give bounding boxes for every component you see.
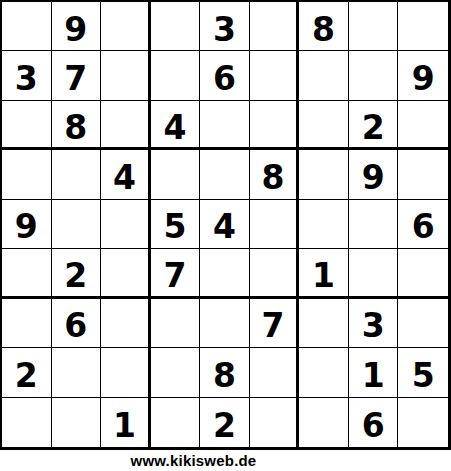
cell-r7c7[interactable]	[299, 299, 349, 348]
cell-r7c4[interactable]	[151, 299, 201, 348]
cell-r5c9[interactable]: 6	[398, 200, 448, 249]
cell-r2c6[interactable]	[250, 51, 300, 100]
cell-r6c1[interactable]	[2, 249, 52, 298]
cell-r7c5[interactable]	[200, 299, 250, 348]
cell-r9c2[interactable]	[52, 398, 102, 447]
cell-r4c5[interactable]	[200, 150, 250, 199]
cell-r6c3[interactable]	[101, 249, 151, 298]
cell-r8c5[interactable]: 8	[200, 348, 250, 397]
cell-r3c9[interactable]	[398, 101, 448, 150]
cell-r7c6[interactable]: 7	[250, 299, 300, 348]
cell-r6c4[interactable]: 7	[151, 249, 201, 298]
cell-r8c8[interactable]: 1	[349, 348, 399, 397]
cell-r1c4[interactable]	[151, 2, 201, 51]
cell-r1c3[interactable]	[101, 2, 151, 51]
cell-r3c6[interactable]	[250, 101, 300, 150]
cell-r4c3[interactable]: 4	[101, 150, 151, 199]
cell-r9c1[interactable]	[2, 398, 52, 447]
cell-r9c7[interactable]	[299, 398, 349, 447]
cell-r1c8[interactable]	[349, 2, 399, 51]
cell-r1c2[interactable]: 9	[52, 2, 102, 51]
sudoku-page: 938376984248995462716732815126 www.kikis…	[0, 0, 451, 471]
cell-r8c7[interactable]	[299, 348, 349, 397]
cell-r2c1[interactable]: 3	[2, 51, 52, 100]
cell-r3c2[interactable]: 8	[52, 101, 102, 150]
cell-r5c3[interactable]	[101, 200, 151, 249]
cell-r9c9[interactable]	[398, 398, 448, 447]
cell-r1c7[interactable]: 8	[299, 2, 349, 51]
cell-r2c3[interactable]	[101, 51, 151, 100]
cell-r3c5[interactable]	[200, 101, 250, 150]
cell-r8c9[interactable]: 5	[398, 348, 448, 397]
cell-r5c6[interactable]	[250, 200, 300, 249]
caption: www.kikisweb.de	[0, 450, 451, 471]
cell-r9c6[interactable]	[250, 398, 300, 447]
cell-r6c9[interactable]	[398, 249, 448, 298]
cell-r9c4[interactable]	[151, 398, 201, 447]
cell-r1c5[interactable]: 3	[200, 2, 250, 51]
cell-r6c7[interactable]: 1	[299, 249, 349, 298]
cell-r4c1[interactable]	[2, 150, 52, 199]
cell-r6c2[interactable]: 2	[52, 249, 102, 298]
cell-r5c5[interactable]: 4	[200, 200, 250, 249]
cell-r7c8[interactable]: 3	[349, 299, 399, 348]
cell-r6c8[interactable]	[349, 249, 399, 298]
sudoku-board: 938376984248995462716732815126	[0, 0, 451, 450]
cell-r4c4[interactable]	[151, 150, 201, 199]
cell-r3c7[interactable]	[299, 101, 349, 150]
cell-r5c4[interactable]: 5	[151, 200, 201, 249]
cell-r1c6[interactable]	[250, 2, 300, 51]
cell-r6c5[interactable]	[200, 249, 250, 298]
cell-r8c3[interactable]	[101, 348, 151, 397]
cell-r9c3[interactable]: 1	[101, 398, 151, 447]
site-url-text: www.kikisweb.de	[131, 452, 257, 469]
cell-r2c9[interactable]: 9	[398, 51, 448, 100]
cell-r2c7[interactable]	[299, 51, 349, 100]
cell-r4c6[interactable]: 8	[250, 150, 300, 199]
cell-r1c1[interactable]	[2, 2, 52, 51]
cell-r7c2[interactable]: 6	[52, 299, 102, 348]
cell-r6c6[interactable]	[250, 249, 300, 298]
cell-r2c5[interactable]: 6	[200, 51, 250, 100]
cell-r3c1[interactable]	[2, 101, 52, 150]
cell-r7c9[interactable]	[398, 299, 448, 348]
cell-r1c9[interactable]	[398, 2, 448, 51]
cell-r4c7[interactable]	[299, 150, 349, 199]
cell-r5c7[interactable]	[299, 200, 349, 249]
cell-r3c8[interactable]: 2	[349, 101, 399, 150]
cell-r8c6[interactable]	[250, 348, 300, 397]
cell-r2c8[interactable]	[349, 51, 399, 100]
cell-r4c2[interactable]	[52, 150, 102, 199]
cell-r9c8[interactable]: 6	[349, 398, 399, 447]
cell-r5c8[interactable]	[349, 200, 399, 249]
cell-r8c1[interactable]: 2	[2, 348, 52, 397]
cell-r7c3[interactable]	[101, 299, 151, 348]
cell-r5c2[interactable]	[52, 200, 102, 249]
cell-r3c3[interactable]	[101, 101, 151, 150]
cell-r8c4[interactable]	[151, 348, 201, 397]
cell-r8c2[interactable]	[52, 348, 102, 397]
cell-r9c5[interactable]: 2	[200, 398, 250, 447]
cell-r5c1[interactable]: 9	[2, 200, 52, 249]
cell-r2c4[interactable]	[151, 51, 201, 100]
cell-r7c1[interactable]	[2, 299, 52, 348]
cell-r3c4[interactable]: 4	[151, 101, 201, 150]
cell-r4c8[interactable]: 9	[349, 150, 399, 199]
cell-r2c2[interactable]: 7	[52, 51, 102, 100]
cell-r4c9[interactable]	[398, 150, 448, 199]
